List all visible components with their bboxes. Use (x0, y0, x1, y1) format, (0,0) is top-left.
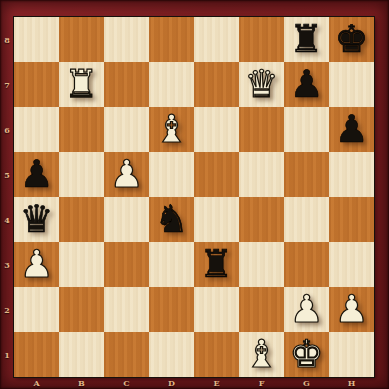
white-king-g1[interactable]: ♚ (284, 332, 329, 377)
square-e2[interactable] (194, 287, 239, 332)
square-e5[interactable] (194, 152, 239, 197)
rank-label-6: 6 (0, 107, 14, 152)
square-e3[interactable]: ♜ (194, 242, 239, 287)
white-pawn-a3[interactable]: ♟ (14, 242, 59, 287)
black-king-h8[interactable]: ♚ (329, 17, 374, 62)
rank-label-4: 4 (0, 197, 14, 242)
file-label-d: D (149, 377, 194, 389)
square-a3[interactable]: ♟ (14, 242, 59, 287)
square-f7[interactable]: ♛ (239, 62, 284, 107)
square-d4[interactable]: ♞ (149, 197, 194, 242)
square-d3[interactable] (149, 242, 194, 287)
square-f1[interactable]: ♝ (239, 332, 284, 377)
square-c2[interactable] (104, 287, 149, 332)
square-h6[interactable]: ♟ (329, 107, 374, 152)
black-pawn-a5[interactable]: ♟ (14, 152, 59, 197)
square-g5[interactable] (284, 152, 329, 197)
square-f3[interactable] (239, 242, 284, 287)
white-rook-b7[interactable]: ♜ (59, 62, 104, 107)
square-b7[interactable]: ♜ (59, 62, 104, 107)
black-rook-e3[interactable]: ♜ (194, 242, 239, 287)
white-pawn-c5[interactable]: ♟ (104, 152, 149, 197)
square-f8[interactable] (239, 17, 284, 62)
square-d6[interactable]: ♝ (149, 107, 194, 152)
square-d1[interactable] (149, 332, 194, 377)
square-a4[interactable]: ♛ (14, 197, 59, 242)
white-bishop-d6[interactable]: ♝ (149, 107, 194, 152)
square-h2[interactable]: ♟ (329, 287, 374, 332)
square-g4[interactable] (284, 197, 329, 242)
file-label-f: F (239, 377, 284, 389)
white-pawn-h2[interactable]: ♟ (329, 287, 374, 332)
black-knight-d4[interactable]: ♞ (149, 197, 194, 242)
square-a7[interactable] (14, 62, 59, 107)
chess-board-frame: 87654321 ♜♚♜♛♟♝♟♟♟♛♞♟♜♟♟♝♚ ABCDEFGH (0, 0, 389, 389)
square-b5[interactable] (59, 152, 104, 197)
square-e6[interactable] (194, 107, 239, 152)
rank-label-8: 8 (0, 17, 14, 62)
square-g6[interactable] (284, 107, 329, 152)
square-e8[interactable] (194, 17, 239, 62)
file-label-g: G (284, 377, 329, 389)
square-a1[interactable] (14, 332, 59, 377)
black-pawn-g7[interactable]: ♟ (284, 62, 329, 107)
white-pawn-g2[interactable]: ♟ (284, 287, 329, 332)
square-e1[interactable] (194, 332, 239, 377)
rank-label-2: 2 (0, 287, 14, 332)
square-g1[interactable]: ♚ (284, 332, 329, 377)
square-c5[interactable]: ♟ (104, 152, 149, 197)
square-e7[interactable] (194, 62, 239, 107)
file-label-h: H (329, 377, 374, 389)
square-h3[interactable] (329, 242, 374, 287)
file-labels: ABCDEFGH (14, 377, 374, 389)
square-h8[interactable]: ♚ (329, 17, 374, 62)
square-c3[interactable] (104, 242, 149, 287)
rank-labels: 87654321 (0, 17, 14, 377)
rank-label-1: 1 (0, 332, 14, 377)
square-g7[interactable]: ♟ (284, 62, 329, 107)
square-d2[interactable] (149, 287, 194, 332)
file-label-b: B (59, 377, 104, 389)
square-g2[interactable]: ♟ (284, 287, 329, 332)
square-a8[interactable] (14, 17, 59, 62)
square-d8[interactable] (149, 17, 194, 62)
square-c6[interactable] (104, 107, 149, 152)
square-a2[interactable] (14, 287, 59, 332)
square-b8[interactable] (59, 17, 104, 62)
square-a5[interactable]: ♟ (14, 152, 59, 197)
square-b6[interactable] (59, 107, 104, 152)
square-b1[interactable] (59, 332, 104, 377)
square-c4[interactable] (104, 197, 149, 242)
file-label-e: E (194, 377, 239, 389)
square-h4[interactable] (329, 197, 374, 242)
square-c7[interactable] (104, 62, 149, 107)
square-a6[interactable] (14, 107, 59, 152)
square-f2[interactable] (239, 287, 284, 332)
square-f6[interactable] (239, 107, 284, 152)
square-g3[interactable] (284, 242, 329, 287)
square-f4[interactable] (239, 197, 284, 242)
square-d5[interactable] (149, 152, 194, 197)
square-e4[interactable] (194, 197, 239, 242)
chess-board: ♜♚♜♛♟♝♟♟♟♛♞♟♜♟♟♝♚ (14, 17, 374, 377)
square-h5[interactable] (329, 152, 374, 197)
black-queen-a4[interactable]: ♛ (14, 197, 59, 242)
square-f5[interactable] (239, 152, 284, 197)
black-rook-g8[interactable]: ♜ (284, 17, 329, 62)
black-pawn-h6[interactable]: ♟ (329, 107, 374, 152)
square-b3[interactable] (59, 242, 104, 287)
square-c1[interactable] (104, 332, 149, 377)
square-h1[interactable] (329, 332, 374, 377)
square-c8[interactable] (104, 17, 149, 62)
rank-label-3: 3 (0, 242, 14, 287)
square-g8[interactable]: ♜ (284, 17, 329, 62)
rank-label-7: 7 (0, 62, 14, 107)
white-queen-f7[interactable]: ♛ (239, 62, 284, 107)
file-label-c: C (104, 377, 149, 389)
square-d7[interactable] (149, 62, 194, 107)
square-b2[interactable] (59, 287, 104, 332)
square-b4[interactable] (59, 197, 104, 242)
rank-label-5: 5 (0, 152, 14, 197)
white-bishop-f1[interactable]: ♝ (239, 332, 284, 377)
square-h7[interactable] (329, 62, 374, 107)
file-label-a: A (14, 377, 59, 389)
